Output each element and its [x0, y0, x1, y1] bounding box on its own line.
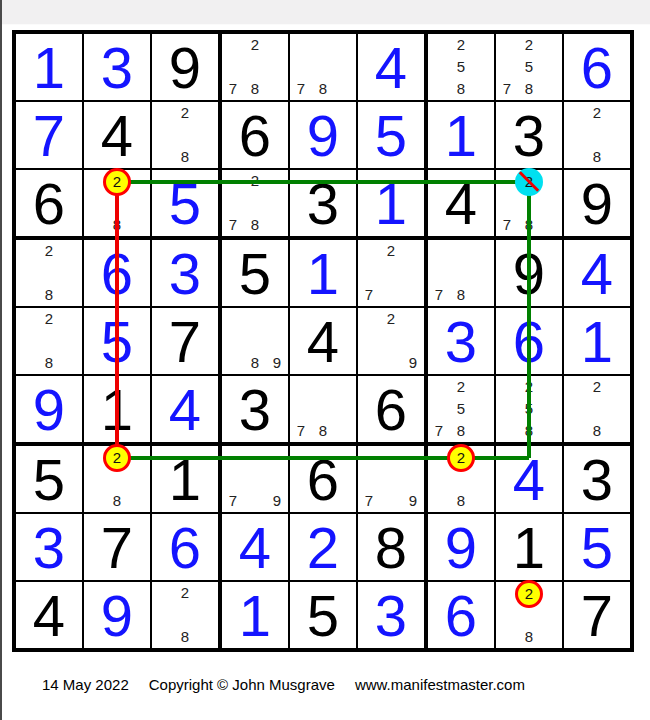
- cell-value: 7: [84, 514, 150, 580]
- cell-value: 9: [16, 376, 82, 442]
- candidate-7: 7: [428, 284, 450, 306]
- cell-r6c3: 4: [152, 376, 218, 442]
- cell-r8c1: 3: [16, 514, 82, 580]
- candidate-8: 8: [38, 284, 60, 306]
- cell-r5c2: 5: [84, 308, 150, 374]
- cell-value: 4: [222, 514, 288, 580]
- candidate-2: 2: [450, 34, 472, 56]
- cell-value: 9: [290, 102, 356, 168]
- cell-r3c4: 278: [222, 170, 288, 236]
- candidate-7: 7: [222, 78, 244, 100]
- candidate-5: 5: [518, 56, 540, 78]
- cell-value: 3: [16, 514, 82, 580]
- cell-r6c1: 9: [16, 376, 82, 442]
- candidate-8: 8: [312, 420, 334, 442]
- candidate-2: 2: [244, 170, 266, 192]
- candidate-2: 2: [38, 240, 60, 262]
- cell-value: 6: [222, 102, 288, 168]
- cell-r2c2: 4: [84, 102, 150, 168]
- candidate-9: 9: [266, 490, 288, 512]
- candidate-2: 2: [38, 308, 60, 330]
- cell-r2c3: 28: [152, 102, 218, 168]
- top-bar: [0, 0, 650, 25]
- candidate-7: 7: [222, 490, 244, 512]
- candidate-8: 8: [106, 490, 128, 512]
- cell-value: 3: [290, 170, 356, 236]
- cell-value: 7: [564, 582, 630, 648]
- candidate-7: 7: [496, 78, 518, 100]
- cell-value: 4: [564, 240, 630, 306]
- candidate-7: 7: [358, 284, 380, 306]
- candidate-8: 8: [450, 284, 472, 306]
- cell-r7c4: 79: [222, 446, 288, 512]
- cell-r3c9: 9: [564, 170, 630, 236]
- cell-r5c9: 1: [564, 308, 630, 374]
- cell-value: 9: [564, 170, 630, 236]
- candidate-8: 8: [450, 420, 472, 442]
- cell-value: 4: [84, 102, 150, 168]
- candidate-7: 7: [496, 214, 518, 236]
- sudoku-board: 1392787842582578674286951328685278314789…: [12, 30, 634, 652]
- cell-value: 4: [16, 582, 82, 648]
- cell-r1c3: 9: [152, 34, 218, 100]
- cell-value: 6: [152, 514, 218, 580]
- candidate-7: 7: [290, 420, 312, 442]
- cell-r9c9: 7: [564, 582, 630, 648]
- candidate-7: 7: [358, 490, 380, 512]
- cell-r7c6: 79: [358, 446, 424, 512]
- cell-r5c1: 28: [16, 308, 82, 374]
- candidate-7: 7: [222, 214, 244, 236]
- cell-r1c1: 1: [16, 34, 82, 100]
- cell-r1c8: 2578: [496, 34, 562, 100]
- cell-value: 9: [84, 582, 150, 648]
- candidate-5: 5: [450, 398, 472, 420]
- cell-r9c4: 1: [222, 582, 288, 648]
- candidate-2: 2: [174, 102, 196, 124]
- candidate-8: 8: [244, 214, 266, 236]
- cell-value: 7: [152, 308, 218, 374]
- candidate-8: 8: [518, 420, 540, 442]
- footer-date: 14 May 2022: [42, 676, 129, 693]
- cell-value: 1: [358, 170, 424, 236]
- cell-value: 3: [152, 240, 218, 306]
- cell-r4c6: 27: [358, 240, 424, 306]
- cell-value: 6: [16, 170, 82, 236]
- footer-website: www.manifestmaster.com: [355, 676, 525, 693]
- cell-r6c8: 258: [496, 376, 562, 442]
- cell-r3c2: 8: [84, 170, 150, 236]
- candidate-9: 9: [402, 490, 424, 512]
- cell-value: 4: [428, 170, 494, 236]
- cell-r5c6: 29: [358, 308, 424, 374]
- cell-r2c4: 6: [222, 102, 288, 168]
- candidate-2: 2: [450, 376, 472, 398]
- cell-value: 6: [496, 308, 562, 374]
- cell-r3c6: 1: [358, 170, 424, 236]
- candidate-8: 8: [244, 352, 266, 374]
- cell-r5c3: 7: [152, 308, 218, 374]
- cell-r9c5: 5: [290, 582, 356, 648]
- cell-r5c7: 3: [428, 308, 494, 374]
- cell-r8c5: 2: [290, 514, 356, 580]
- cell-value: 1: [222, 582, 288, 648]
- cell-value: 6: [290, 446, 356, 512]
- candidate-8: 8: [586, 420, 608, 442]
- candidate-8: 8: [518, 214, 540, 236]
- cell-value: 5: [564, 514, 630, 580]
- cell-value: 1: [428, 102, 494, 168]
- cell-r9c6: 3: [358, 582, 424, 648]
- cell-value: 9: [428, 514, 494, 580]
- candidate-8: 8: [518, 78, 540, 100]
- cell-r8c6: 8: [358, 514, 424, 580]
- cell-r4c4: 5: [222, 240, 288, 306]
- candidate-8: 8: [450, 78, 472, 100]
- candidate-5: 5: [518, 398, 540, 420]
- cell-r6c4: 3: [222, 376, 288, 442]
- cell-value: 9: [496, 240, 562, 306]
- cell-r3c7: 4: [428, 170, 494, 236]
- cell-value: 5: [16, 446, 82, 512]
- cell-value: 3: [358, 582, 424, 648]
- cell-r7c9: 3: [564, 446, 630, 512]
- candidate-8: 8: [450, 490, 472, 512]
- candidate-8: 8: [106, 214, 128, 236]
- cell-value: 7: [16, 102, 82, 168]
- candidate-8: 8: [586, 146, 608, 168]
- cell-value: 3: [222, 376, 288, 442]
- candidate-9: 9: [402, 352, 424, 374]
- cell-r1c7: 258: [428, 34, 494, 100]
- cell-value: 5: [290, 582, 356, 648]
- candidate-8: 8: [312, 78, 334, 100]
- cell-r3c8: 78: [496, 170, 562, 236]
- cell-r3c3: 5: [152, 170, 218, 236]
- cell-r2c5: 9: [290, 102, 356, 168]
- cell-value: 6: [428, 582, 494, 648]
- cell-r7c3: 1: [152, 446, 218, 512]
- cell-r2c8: 3: [496, 102, 562, 168]
- cell-value: 4: [496, 446, 562, 512]
- candidate-2: 2: [174, 582, 196, 604]
- cell-value: 3: [84, 34, 150, 100]
- cell-r4c2: 6: [84, 240, 150, 306]
- cell-value: 9: [152, 34, 218, 100]
- cell-r6c6: 6: [358, 376, 424, 442]
- candidate-2: 2: [380, 240, 402, 262]
- cell-r1c4: 278: [222, 34, 288, 100]
- candidate-9: 9: [266, 352, 288, 374]
- cell-value: 3: [428, 308, 494, 374]
- cell-r7c8: 4: [496, 446, 562, 512]
- window-left-edge: [0, 0, 2, 720]
- candidate-5: 5: [450, 56, 472, 78]
- cell-r9c1: 4: [16, 582, 82, 648]
- cell-r6c9: 28: [564, 376, 630, 442]
- cell-r4c7: 78: [428, 240, 494, 306]
- cell-value: 5: [222, 240, 288, 306]
- cell-r9c8: 8: [496, 582, 562, 648]
- candidate-8: 8: [518, 626, 540, 648]
- cell-value: 8: [358, 514, 424, 580]
- cell-r7c2: 8: [84, 446, 150, 512]
- cell-value: 1: [16, 34, 82, 100]
- cell-r2c7: 1: [428, 102, 494, 168]
- cell-r6c2: 1: [84, 376, 150, 442]
- cell-value: 2: [290, 514, 356, 580]
- candidate-8: 8: [244, 78, 266, 100]
- cell-value: 5: [84, 308, 150, 374]
- cell-value: 4: [290, 308, 356, 374]
- cell-r7c7: 8: [428, 446, 494, 512]
- cell-value: 5: [358, 102, 424, 168]
- candidate-8: 8: [38, 352, 60, 374]
- cell-r5c8: 6: [496, 308, 562, 374]
- cell-value: 1: [564, 308, 630, 374]
- cell-r9c7: 6: [428, 582, 494, 648]
- cell-r2c6: 5: [358, 102, 424, 168]
- cell-r7c5: 6: [290, 446, 356, 512]
- cell-value: 1: [290, 240, 356, 306]
- cell-r3c1: 6: [16, 170, 82, 236]
- cell-value: 4: [358, 34, 424, 100]
- cell-r6c5: 78: [290, 376, 356, 442]
- cell-r3c5: 3: [290, 170, 356, 236]
- candidate-2: 2: [244, 34, 266, 56]
- cell-r1c2: 3: [84, 34, 150, 100]
- candidate-2: 2: [518, 34, 540, 56]
- candidate-2: 2: [586, 376, 608, 398]
- cell-value: 6: [358, 376, 424, 442]
- footer: 14 May 2022 Copyright © John Musgrave ww…: [42, 676, 525, 693]
- candidate-7: 7: [290, 78, 312, 100]
- cell-value: 3: [564, 446, 630, 512]
- cell-r5c4: 89: [222, 308, 288, 374]
- cell-value: 1: [152, 446, 218, 512]
- cell-r4c8: 9: [496, 240, 562, 306]
- cell-r8c8: 1: [496, 514, 562, 580]
- cell-r4c1: 28: [16, 240, 82, 306]
- cell-value: 1: [496, 514, 562, 580]
- footer-copyright: Copyright © John Musgrave: [149, 676, 335, 693]
- cell-r1c5: 78: [290, 34, 356, 100]
- cell-value: 6: [564, 34, 630, 100]
- cell-r8c2: 7: [84, 514, 150, 580]
- cell-r1c9: 6: [564, 34, 630, 100]
- cell-r8c3: 6: [152, 514, 218, 580]
- cell-r5c5: 4: [290, 308, 356, 374]
- cell-r8c7: 9: [428, 514, 494, 580]
- cell-r2c9: 28: [564, 102, 630, 168]
- cell-r4c5: 1: [290, 240, 356, 306]
- cell-value: 6: [84, 240, 150, 306]
- cell-value: 1: [84, 376, 150, 442]
- candidate-8: 8: [174, 626, 196, 648]
- cell-r2c1: 7: [16, 102, 82, 168]
- candidate-2: 2: [380, 308, 402, 330]
- cell-r4c9: 4: [564, 240, 630, 306]
- cell-r6c7: 2578: [428, 376, 494, 442]
- cell-value: 4: [152, 376, 218, 442]
- cell-value: 5: [152, 170, 218, 236]
- cell-r9c3: 28: [152, 582, 218, 648]
- cell-r9c2: 9: [84, 582, 150, 648]
- cell-r4c3: 3: [152, 240, 218, 306]
- cell-r8c4: 4: [222, 514, 288, 580]
- candidate-2: 2: [518, 376, 540, 398]
- candidate-7: 7: [428, 420, 450, 442]
- candidate-8: 8: [174, 146, 196, 168]
- candidate-2: 2: [586, 102, 608, 124]
- cell-r8c9: 5: [564, 514, 630, 580]
- cell-value: 3: [496, 102, 562, 168]
- cell-r7c1: 5: [16, 446, 82, 512]
- cell-r1c6: 4: [358, 34, 424, 100]
